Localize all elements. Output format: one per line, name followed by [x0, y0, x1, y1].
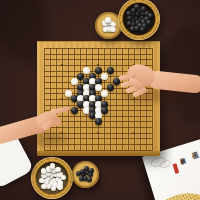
leaf-illustration-icon: [156, 181, 200, 200]
star-point: [61, 132, 63, 134]
white-stone-in-bowl[interactable]: [51, 186, 57, 192]
white-stone-in-bowl[interactable]: [57, 184, 63, 190]
black-stone-in-bowl[interactable]: [140, 27, 146, 33]
star-point: [97, 132, 99, 134]
white-stone-in-bowl[interactable]: [50, 163, 56, 169]
white-stone-in-bowl[interactable]: [110, 27, 116, 33]
white-stone-in-bowl[interactable]: [41, 168, 47, 174]
black-stone-in-bowl[interactable]: [89, 168, 94, 173]
star-point: [133, 132, 135, 134]
black-stone[interactable]: [77, 73, 84, 80]
black-stone-in-bowl[interactable]: [141, 6, 147, 12]
board-side-edge: [37, 151, 160, 156]
black-stone-in-bowl[interactable]: [148, 13, 154, 19]
black-stone-in-bowl[interactable]: [87, 177, 92, 182]
grid-line: [116, 48, 117, 150]
black-stone-in-bowl[interactable]: [134, 4, 140, 10]
black-stone-in-bowl[interactable]: [84, 166, 89, 171]
black-stone-in-bowl[interactable]: [130, 26, 136, 32]
white-stone-in-bowl[interactable]: [61, 175, 67, 181]
bowl-black-stones: [124, 4, 154, 34]
star-point: [97, 64, 99, 66]
grid-line: [44, 127, 153, 128]
white-stone-in-bowl[interactable]: [39, 178, 45, 184]
grid-line: [122, 48, 123, 150]
card-title-left: 围棋象棋: [178, 154, 183, 156]
bowl-black-large[interactable]: [118, 0, 160, 40]
red-seal-icon: [172, 163, 179, 174]
black-stone[interactable]: [95, 67, 102, 74]
white-stone[interactable]: [65, 90, 72, 97]
white-stone[interactable]: [101, 90, 108, 97]
black-stone[interactable]: [71, 107, 78, 114]
dish-black-small[interactable]: [72, 161, 99, 188]
white-stone[interactable]: [101, 73, 108, 80]
black-stone[interactable]: [107, 67, 114, 74]
white-stone-in-bowl[interactable]: [105, 17, 111, 23]
scene: 五子棋 围棋象棋: [0, 0, 200, 200]
black-stone-in-bowl[interactable]: [79, 176, 84, 181]
white-stone[interactable]: [83, 67, 90, 74]
star-point: [61, 64, 63, 66]
white-stone-in-bowl[interactable]: [41, 184, 47, 190]
black-stone-in-bowl[interactable]: [126, 11, 132, 17]
dish-black-stones: [76, 165, 96, 185]
black-stone-in-bowl[interactable]: [146, 20, 152, 26]
dish-white-stones: [100, 17, 118, 35]
black-stone[interactable]: [95, 118, 102, 125]
white-stone[interactable]: [71, 78, 78, 85]
grid-line: [44, 144, 153, 145]
bowl-white-stones: [37, 163, 67, 193]
card-title-right: 五子棋: [188, 146, 195, 148]
grid-line: [110, 48, 111, 150]
grid-line: [104, 48, 105, 150]
star-point: [61, 98, 63, 100]
black-stone[interactable]: [107, 84, 114, 91]
bowl-white-large[interactable]: [31, 157, 73, 199]
black-stone[interactable]: [101, 107, 108, 114]
white-stone[interactable]: [95, 84, 102, 91]
black-stone-in-bowl[interactable]: [76, 171, 81, 176]
white-stone-in-bowl[interactable]: [55, 167, 61, 173]
